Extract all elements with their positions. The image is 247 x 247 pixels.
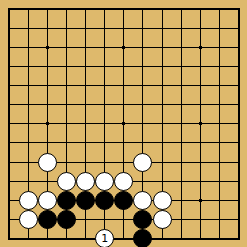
- white-stone: [153, 210, 172, 229]
- black-stone: [95, 191, 114, 210]
- hoshi-point: [122, 122, 125, 125]
- hoshi-point: [199, 46, 202, 49]
- white-stone: [19, 210, 38, 229]
- white-stone: [38, 191, 57, 210]
- move-number-label: 1: [101, 233, 108, 244]
- hoshi-point: [46, 46, 49, 49]
- white-stone: [95, 172, 114, 191]
- black-stone: [57, 210, 76, 229]
- black-stone: [133, 229, 152, 247]
- hoshi-point: [199, 199, 202, 202]
- white-stone: [57, 172, 76, 191]
- white-stone: [19, 191, 38, 210]
- white-stone: [114, 172, 133, 191]
- white-stone: [76, 172, 95, 191]
- white-stone-move-1: 1: [95, 229, 114, 247]
- black-stone: [38, 210, 57, 229]
- black-stone: [114, 191, 133, 210]
- black-stone: [57, 191, 76, 210]
- hoshi-point: [46, 122, 49, 125]
- white-stone: [38, 153, 57, 172]
- hoshi-point: [122, 46, 125, 49]
- white-stone: [153, 191, 172, 210]
- black-stone: [76, 191, 95, 210]
- white-stone: [133, 191, 152, 210]
- hoshi-point: [199, 122, 202, 125]
- go-board: 1: [0, 0, 247, 247]
- white-stone: [133, 153, 152, 172]
